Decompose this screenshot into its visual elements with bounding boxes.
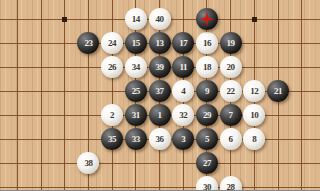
- stone-white: 26: [101, 56, 123, 78]
- grid-line-vertical: [301, 0, 302, 190]
- stone-move-number: 34: [132, 63, 140, 72]
- stone-black: 35: [101, 128, 123, 150]
- stone-move-number: 19: [227, 39, 235, 48]
- star-point: [252, 17, 257, 22]
- stone-move-number: 16: [203, 39, 211, 48]
- stone-move-number: 7: [229, 111, 233, 120]
- stone-move-number: 3: [181, 135, 185, 144]
- stone-move-number: 6: [229, 135, 233, 144]
- stone-black: 23: [77, 32, 99, 54]
- stone-move-number: 26: [108, 63, 116, 72]
- stone-move-number: 21: [274, 87, 282, 96]
- stone-move-number: 23: [84, 39, 92, 48]
- stone-white: 22: [220, 80, 242, 102]
- stone-move-number: 20: [227, 63, 235, 72]
- stone-move-number: 13: [156, 39, 164, 48]
- stone-black: 9: [196, 80, 218, 102]
- stone-white: 8: [243, 128, 265, 150]
- stone-move-number: 10: [250, 111, 258, 120]
- stone-black: 19: [220, 32, 242, 54]
- stone-move-number: 28: [227, 183, 235, 191]
- stone-white: 2: [101, 104, 123, 126]
- stone-black: 25: [125, 80, 147, 102]
- stone-black: 7: [220, 104, 242, 126]
- stone-black: 27: [196, 152, 218, 174]
- grid-line-horizontal: [0, 187, 320, 188]
- stone-white: 4: [172, 80, 194, 102]
- stone-move-number: 2: [110, 111, 114, 120]
- stone-white: 16: [196, 32, 218, 54]
- grid-line-vertical: [41, 0, 42, 190]
- stone-move-number: 29: [203, 111, 211, 120]
- stone-black: 33: [125, 128, 147, 150]
- stone-black-last-move: [196, 8, 218, 30]
- star-point: [62, 17, 67, 22]
- stone-white: 40: [149, 8, 171, 30]
- stone-move-number: 8: [252, 135, 256, 144]
- stone-move-number: 11: [179, 63, 187, 72]
- stone-move-number: 14: [132, 15, 140, 24]
- grid-line-horizontal: [0, 163, 320, 164]
- grid-line-vertical: [17, 0, 18, 190]
- stone-white: 32: [172, 104, 194, 126]
- stone-move-number: 24: [108, 39, 116, 48]
- stone-move-number: 31: [132, 111, 140, 120]
- stone-move-number: 17: [179, 39, 187, 48]
- stone-black: 3: [172, 128, 194, 150]
- stone-move-number: 38: [84, 159, 92, 168]
- stone-move-number: 27: [203, 159, 211, 168]
- stone-black: 17: [172, 32, 194, 54]
- stone-move-number: 4: [181, 87, 185, 96]
- stone-white: 6: [220, 128, 242, 150]
- stone-black: 29: [196, 104, 218, 126]
- stone-move-number: 12: [250, 87, 258, 96]
- stone-move-number: 35: [108, 135, 116, 144]
- gomoku-board[interactable]: 1440232415131716192634391118202537492212…: [0, 0, 320, 190]
- stone-white: 14: [125, 8, 147, 30]
- stone-white: 28: [220, 176, 242, 190]
- stone-white: 12: [243, 80, 265, 102]
- stone-black: 37: [149, 80, 171, 102]
- stone-black: 13: [149, 32, 171, 54]
- stone-black: 39: [149, 56, 171, 78]
- stone-black: 31: [125, 104, 147, 126]
- stone-black: 1: [149, 104, 171, 126]
- stone-white: 36: [149, 128, 171, 150]
- stone-white: 20: [220, 56, 242, 78]
- stone-black: 21: [267, 80, 289, 102]
- stone-black: 15: [125, 32, 147, 54]
- stone-move-number: 18: [203, 63, 211, 72]
- stone-move-number: 30: [203, 183, 211, 191]
- stone-white: 30: [196, 176, 218, 190]
- stone-move-number: 37: [156, 87, 164, 96]
- grid-line-vertical: [64, 0, 65, 190]
- stone-move-number: 1: [158, 111, 162, 120]
- stone-black: 5: [196, 128, 218, 150]
- stone-move-number: 5: [205, 135, 209, 144]
- stone-move-number: 39: [156, 63, 164, 72]
- grid-line-vertical: [112, 0, 113, 190]
- stone-move-number: 9: [205, 87, 209, 96]
- stone-move-number: 22: [227, 87, 235, 96]
- stone-move-number: 32: [179, 111, 187, 120]
- stone-white: 34: [125, 56, 147, 78]
- stone-black: 11: [172, 56, 194, 78]
- last-move-cross-icon: [199, 12, 214, 27]
- stone-white: 10: [243, 104, 265, 126]
- stone-white: 38: [77, 152, 99, 174]
- stone-move-number: 25: [132, 87, 140, 96]
- stone-white: 18: [196, 56, 218, 78]
- stone-white: 24: [101, 32, 123, 54]
- stone-move-number: 15: [132, 39, 140, 48]
- stone-move-number: 36: [156, 135, 164, 144]
- stone-move-number: 40: [156, 15, 164, 24]
- stone-move-number: 33: [132, 135, 140, 144]
